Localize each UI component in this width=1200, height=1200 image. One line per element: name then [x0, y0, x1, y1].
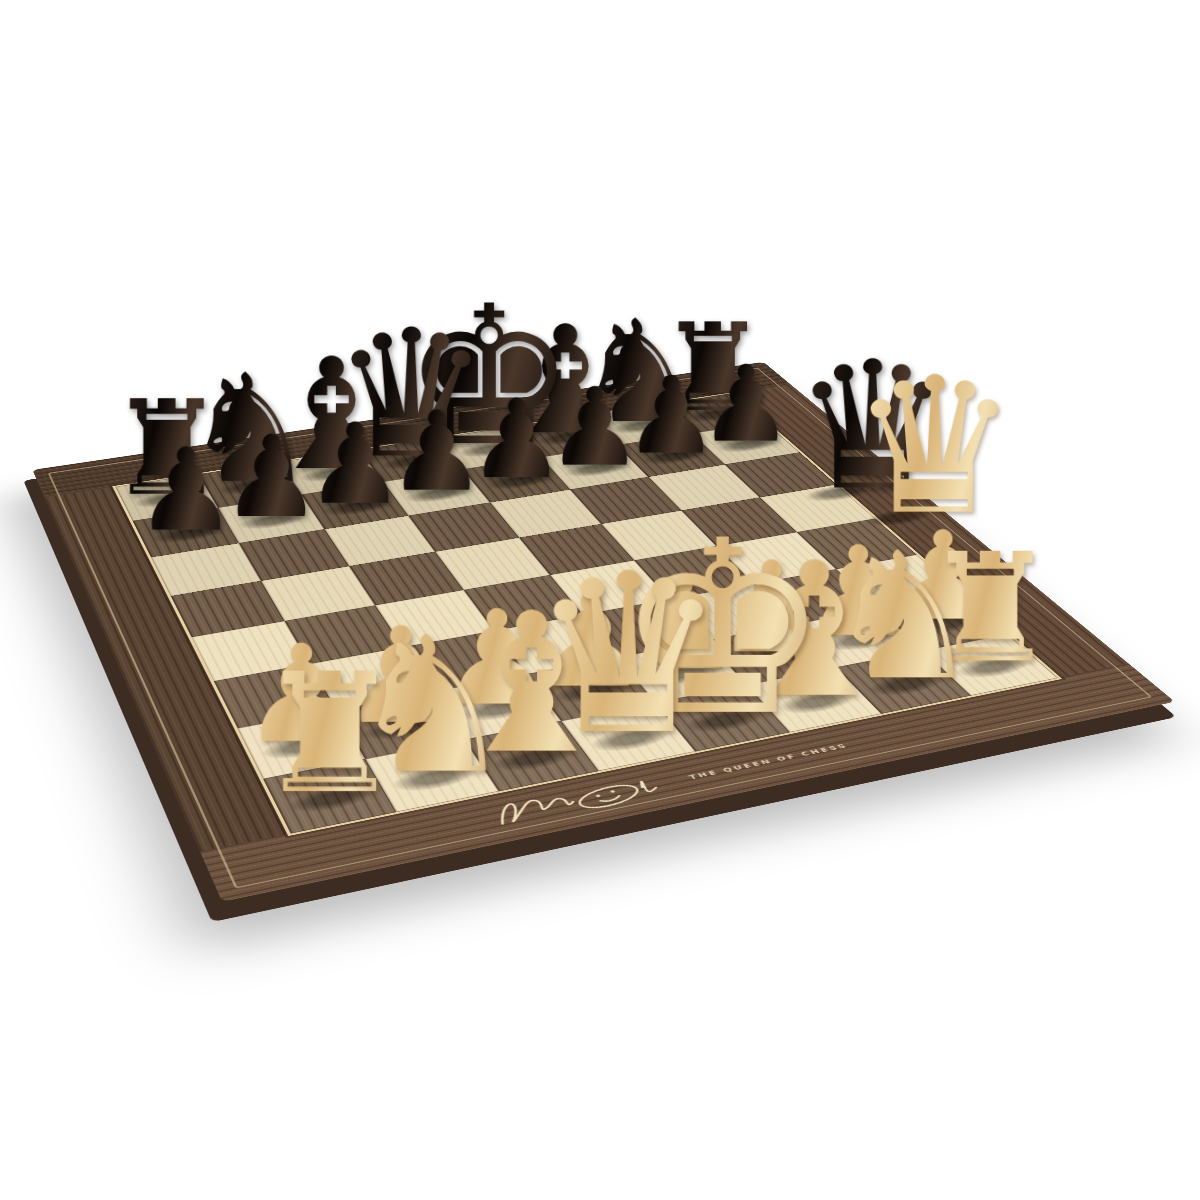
chess-board: ♜♞♝♛♚♝♞♜♟♟♟♟♟♟♟♟♟♟♟♟♟♟♟♟♜♞♝♛♚♝♞♜ THE QUE… — [33, 362, 1175, 902]
playing-area: ♜♞♝♛♚♝♞♜♟♟♟♟♟♟♟♟♟♟♟♟♟♟♟♟♜♞♝♛♚♝♞♜ — [116, 393, 1058, 833]
rook-glyph: ♜ — [255, 652, 403, 817]
square-a7: ♟ — [133, 508, 239, 558]
product-photo: ♜♞♝♛♚♝♞♜♟♟♟♟♟♟♟♟♟♟♟♟♟♟♟♟♜♞♝♛♚♝♞♜ THE QUE… — [0, 0, 1200, 1200]
signature-tagline: THE QUEEN OF CHESS — [687, 742, 849, 780]
pawn-glyph: ♟ — [134, 433, 236, 547]
square-a1: ♜ — [263, 759, 396, 833]
scene: ♜♞♝♛♚♝♞♜♟♟♟♟♟♟♟♟♟♟♟♟♟♟♟♟♜♞♝♛♚♝♞♜ THE QUE… — [0, 0, 1200, 1200]
